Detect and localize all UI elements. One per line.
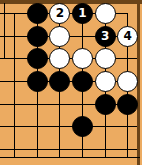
black-stone: [27, 26, 48, 47]
white-stone: [117, 71, 138, 92]
black-stone: [27, 71, 48, 92]
white-stone: [72, 48, 93, 69]
grid-line-horizontal: [0, 126, 137, 127]
white-stone: [49, 26, 70, 47]
move-number-label: 3: [101, 30, 109, 42]
grid-line-horizontal: [0, 149, 137, 150]
white-stone: [95, 3, 116, 24]
black-stone-move-3: 3: [95, 26, 116, 47]
black-stone: [27, 48, 48, 69]
black-stone: [27, 3, 48, 24]
white-stone: [49, 48, 70, 69]
black-stone: [95, 94, 116, 115]
board-edge-top: [0, 0, 142, 4]
white-stone-move-4: 4: [117, 26, 138, 47]
white-stone: [95, 48, 116, 69]
black-stone-move-1: 1: [72, 3, 93, 24]
cut-line-bottom: [0, 157, 140, 158]
go-board: 2134: [0, 0, 142, 165]
white-stone-move-2: 2: [49, 3, 70, 24]
black-stone: [49, 71, 70, 92]
cut-line-left: [4, 3, 5, 58]
black-stone: [72, 71, 93, 92]
black-stone: [117, 94, 138, 115]
black-stone: [72, 116, 93, 137]
grid-line-vertical: [14, 13, 15, 158]
move-number-label: 4: [124, 30, 132, 42]
move-number-label: 1: [78, 7, 86, 19]
white-stone: [95, 71, 116, 92]
move-number-label: 2: [56, 7, 64, 19]
